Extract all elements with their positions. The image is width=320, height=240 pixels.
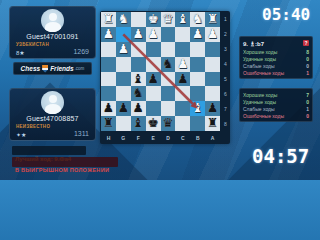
player-name-white: Guest47001091 [10,33,95,40]
square-h3[interactable] [101,42,116,57]
square-d2[interactable] [161,27,176,42]
square-b4[interactable] [190,57,205,72]
piece-wP-f2[interactable]: ♟ [133,27,144,42]
square-e8[interactable]: ♚ [146,116,161,131]
square-d8[interactable]: ♛ [161,116,176,131]
stat-row: Слабые ходы1 [243,105,309,112]
stat-value: 0 [306,63,309,69]
stat-label: Хорошие ходы [243,92,277,98]
square-f5[interactable]: ♝ [131,72,146,87]
piece-bR-a8[interactable]: ♜ [207,116,218,131]
stat-value: 1 [306,70,309,76]
player-rating-white: 1269 [73,48,89,55]
square-h8[interactable]: ♜ [101,116,116,131]
square-c2[interactable] [175,27,190,42]
avatar-black[interactable] [41,91,64,114]
stat-label: Слабые ходы [243,63,275,69]
move-stats-black: Хорошие ходы7Удачные ходы0Слабые ходы1Ош… [239,88,313,122]
stat-value: 0 [306,56,309,62]
file-label-F: F [131,132,146,143]
square-g3[interactable]: ♟ [116,42,131,57]
piece-bB-f8[interactable]: ♝ [133,116,144,131]
square-h6[interactable] [101,86,116,101]
square-e2[interactable]: ♟ [146,27,161,42]
square-h1[interactable]: ♜ [101,12,116,27]
player-card-black: Guest47008857 НЕИЗВЕСТНО ✦★ 1311 [9,88,96,141]
file-label-E: E [146,132,161,143]
piece-wP-b2[interactable]: ♟ [192,27,203,42]
best-move-hint: Лучший ход: 9.Фа4 [12,146,86,155]
piece-wR-h1[interactable]: ♜ [103,12,114,27]
logo-text-chess: Chess [21,65,41,72]
player-rating-black: 1311 [74,130,89,137]
mistake-badge: ? [303,40,309,46]
square-h5[interactable] [101,72,116,87]
piece-bP-g7[interactable]: ♟ [118,101,129,116]
square-a5[interactable] [205,72,220,87]
player-region-white: УЗБЕКИСТАН [16,42,49,47]
square-b8[interactable] [190,116,205,131]
square-a2[interactable]: ♟ [205,27,220,42]
stat-value: 8 [306,49,309,55]
piece-bP-e5[interactable]: ♟ [147,72,158,87]
stat-value: 0 [306,99,309,105]
stat-row: Слабые ходы0 [243,62,309,69]
rank-label-6: 6 [221,86,230,101]
square-b5[interactable] [190,72,205,87]
piece-bP-a7[interactable]: ♟ [207,101,218,116]
piece-wP-g3[interactable]: ♟ [118,42,129,57]
piece-bR-h8[interactable]: ♜ [103,116,114,131]
piece-bP-h7[interactable]: ♟ [103,101,114,116]
stat-row: Хорошие ходы7 [243,91,309,98]
square-g6[interactable] [116,86,131,101]
square-d7[interactable] [161,101,176,116]
move-stats-white: 9. ♗:b7 ? Хорошие ходы8Удачные ходы0Слаб… [239,36,313,79]
chess-board-frame: ♜♞♚♛♝♞♜♟♟♟♟♟♟♞♟♝♟♟♞♟♟♟♝♟♜♝♚♛♜ 12345678 H… [100,11,230,144]
last-move-header: 9. ♗:b7 ? [243,39,309,47]
square-b6[interactable] [190,86,205,101]
file-label-A: A [205,132,220,143]
stat-label: Ошибочные ходы [243,70,284,76]
stat-value: 7 [306,92,309,98]
square-f6[interactable]: ♞ [131,86,146,101]
square-f3[interactable] [131,42,146,57]
file-label-C: C [175,132,190,143]
stat-value: 0 [306,113,309,119]
square-h7[interactable]: ♟ [101,101,116,116]
shield-icon [42,65,48,73]
square-h4[interactable] [101,57,116,72]
last-move-label: 9. ♗:b7 [243,40,264,47]
square-d3[interactable] [161,42,176,57]
square-c6[interactable] [175,86,190,101]
square-c1[interactable]: ♝ [175,12,190,27]
piece-bB-f5[interactable]: ♝ [133,72,144,87]
chessfriends-logo[interactable]: Chess Friends .com [13,62,92,75]
file-label-B: B [190,132,205,143]
square-f2[interactable]: ♟ [131,27,146,42]
rank-label-4: 4 [221,57,230,72]
stat-row: Ошибочные ходы0 [243,112,309,119]
stat-label: Ошибочные ходы [243,113,284,119]
square-g8[interactable] [116,116,131,131]
square-h2[interactable]: ♟ [101,27,116,42]
square-c4[interactable]: ♟ [175,57,190,72]
piece-wB-b7[interactable]: ♝ [192,101,203,116]
rank-label-8: 8 [221,116,230,131]
square-e3[interactable] [146,42,161,57]
stat-label: Хорошие ходы [243,49,277,55]
player-card-white: Guest47001091 УЗБЕКИСТАН 8★ 1269 [9,6,96,59]
file-label-D: D [161,132,176,143]
stat-value: 1 [306,106,309,112]
square-a1[interactable]: ♜ [205,12,220,27]
square-f8[interactable]: ♝ [131,116,146,131]
square-c8[interactable] [175,116,190,131]
piece-wP-c4[interactable]: ♟ [177,57,188,72]
rank-label-3: 3 [221,42,230,57]
file-labels: HGFEDCBA [101,132,220,143]
piece-wR-a1[interactable]: ♜ [207,12,218,27]
square-f7[interactable]: ♟ [131,101,146,116]
square-g4[interactable] [116,57,131,72]
player-badges-black: ✦★ [16,131,26,138]
stat-label: Слабые ходы [243,106,275,112]
stat-label: Удачные ходы [243,56,276,62]
square-f4[interactable] [131,57,146,72]
stat-row: Ошибочные ходы1 [243,69,309,76]
square-d5[interactable] [161,72,176,87]
position-status-text: В ВЫИГРЫШНОМ ПОЛОЖЕНИИ [15,167,109,173]
piece-bK-e8[interactable]: ♚ [147,116,158,131]
square-d4[interactable]: ♞ [161,57,176,72]
file-label-G: G [116,132,131,143]
rank-labels: 12345678 [221,12,230,131]
avatar-white[interactable] [41,9,64,32]
player-region-black: НЕИЗВЕСТНО [16,124,50,129]
square-g5[interactable] [116,72,131,87]
square-a3[interactable] [205,42,220,57]
square-a7[interactable]: ♟ [205,101,220,116]
position-status: В ВЫИГРЫШНОМ ПОЛОЖЕНИИ [12,157,118,167]
rank-label-7: 7 [221,101,230,116]
square-d1[interactable]: ♛ [161,12,176,27]
square-e4[interactable] [146,57,161,72]
piece-bN-d4[interactable]: ♞ [162,57,173,72]
square-e6[interactable] [146,86,161,101]
square-a8[interactable]: ♜ [205,116,220,131]
logo-text-friends: Friends [50,65,73,72]
clock-white: 05:40 [262,5,310,24]
square-g2[interactable] [116,27,131,42]
player-badges-white: 8★ [16,49,25,56]
square-c7[interactable] [175,101,190,116]
square-c3[interactable] [175,42,190,57]
file-label-H: H [101,132,116,143]
rank-label-5: 5 [221,72,230,87]
piece-wP-e2[interactable]: ♟ [147,27,158,42]
piece-wN-b1[interactable]: ♞ [192,12,203,27]
stat-row: Удачные ходы0 [243,98,309,105]
player-name-black: Guest47008857 [10,115,95,122]
square-g1[interactable]: ♞ [116,12,131,27]
piece-bP-c5[interactable]: ♟ [177,72,188,87]
rank-label-1: 1 [221,12,230,27]
clock-black: 04:57 [252,145,309,167]
piece-bQ-d8[interactable]: ♛ [162,116,173,131]
piece-wB-c1[interactable]: ♝ [177,12,188,27]
square-b3[interactable] [190,42,205,57]
square-e7[interactable] [146,101,161,116]
square-e1[interactable]: ♚ [146,12,161,27]
piece-wP-a2[interactable]: ♟ [207,27,218,42]
square-b2[interactable]: ♟ [190,27,205,42]
piece-wP-h2[interactable]: ♟ [103,27,114,42]
square-a4[interactable] [205,57,220,72]
rank-label-2: 2 [221,27,230,42]
square-c5[interactable]: ♟ [175,72,190,87]
logo-text-com: .com [75,66,85,71]
square-b7[interactable]: ♝ [190,101,205,116]
stat-label: Удачные ходы [243,99,276,105]
square-g7[interactable]: ♟ [116,101,131,116]
stat-row: Удачные ходы0 [243,55,309,62]
square-d6[interactable] [161,86,176,101]
square-f1[interactable] [131,12,146,27]
chess-board[interactable]: ♜♞♚♛♝♞♜♟♟♟♟♟♟♞♟♝♟♟♞♟♟♟♝♟♜♝♚♛♜ [101,12,220,131]
square-b1[interactable]: ♞ [190,12,205,27]
square-e5[interactable]: ♟ [146,72,161,87]
piece-bP-f7[interactable]: ♟ [133,101,144,116]
piece-wN-g1[interactable]: ♞ [118,12,129,27]
piece-wQ-d1[interactable]: ♛ [162,12,173,27]
stat-row: Хорошие ходы8 [243,48,309,55]
square-a6[interactable] [205,86,220,101]
piece-wK-e1[interactable]: ♚ [147,12,158,27]
piece-bN-f6[interactable]: ♞ [133,86,144,101]
